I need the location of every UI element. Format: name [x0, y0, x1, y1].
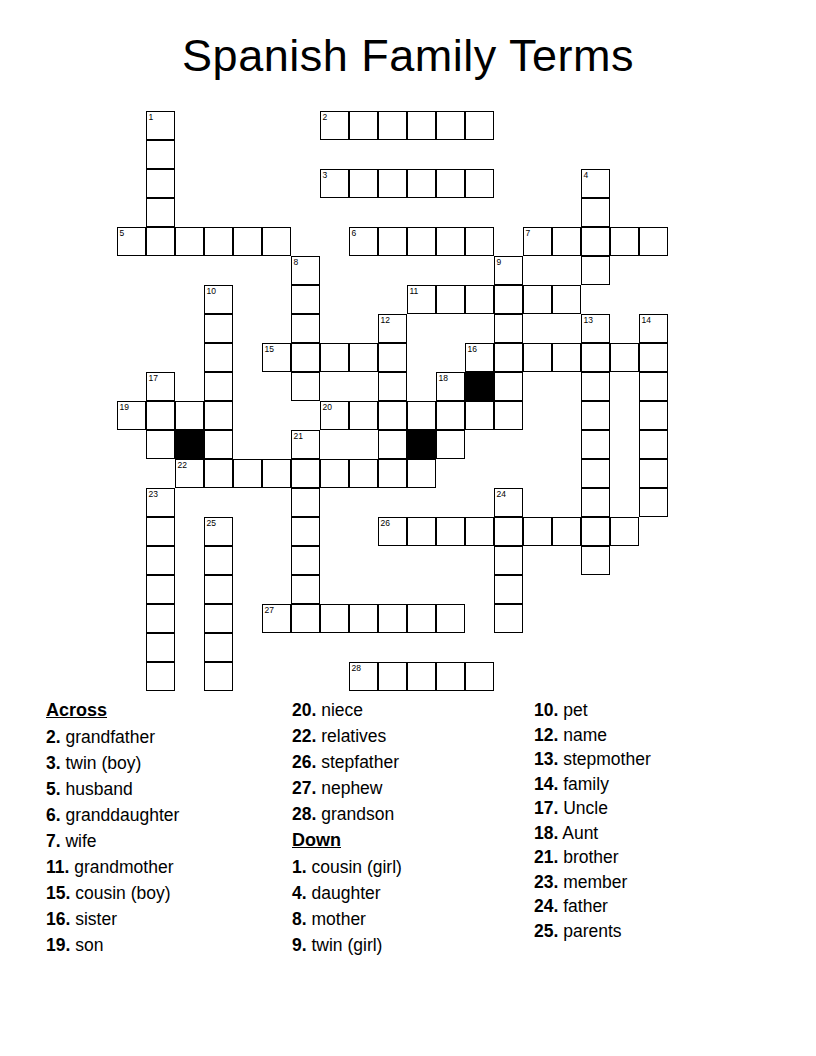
clue-number: 19. — [46, 935, 70, 955]
grid-cell[interactable] — [378, 401, 407, 430]
clue-number: 18. — [534, 823, 558, 843]
clue-text: relatives — [316, 726, 386, 746]
grid-cell[interactable]: 9 — [494, 256, 523, 285]
grid-cell[interactable] — [465, 111, 494, 140]
grid-cell[interactable] — [523, 517, 552, 546]
grid-cell[interactable]: 20 — [320, 401, 349, 430]
clue-number: 12. — [534, 725, 558, 745]
grid-cell[interactable] — [407, 662, 436, 691]
clue-number: 9. — [292, 935, 307, 955]
clue-item: 18. Aunt — [534, 824, 776, 842]
clue-item: 17. Uncle — [534, 799, 776, 817]
grid-cell[interactable] — [291, 343, 320, 372]
grid-cell[interactable] — [494, 343, 523, 372]
grid-cell[interactable]: 10 — [204, 285, 233, 314]
grid-cell[interactable]: 19 — [117, 401, 146, 430]
clue-number: 17. — [534, 798, 558, 818]
clue-text: father — [558, 896, 608, 916]
clue-text: sister — [70, 909, 117, 929]
grid-cell[interactable] — [291, 517, 320, 546]
cell-number: 23 — [149, 489, 158, 499]
clue-number: 14. — [534, 774, 558, 794]
clue-item: 13. stepmother — [534, 750, 776, 768]
clue-text: son — [70, 935, 103, 955]
clue-number: 8. — [292, 909, 307, 929]
clue-number: 21. — [534, 847, 558, 867]
grid-cell[interactable] — [436, 111, 465, 140]
clue-number: 1. — [292, 857, 307, 877]
grid-cell[interactable] — [465, 169, 494, 198]
grid-cell[interactable] — [378, 227, 407, 256]
cell-number: 5 — [120, 228, 125, 238]
grid-cell[interactable]: 1 — [146, 111, 175, 140]
clue-item: 5. husband — [46, 780, 288, 798]
page-title: Spanish Family Terms — [0, 30, 816, 82]
grid-cell[interactable] — [639, 227, 668, 256]
clue-number: 16. — [46, 909, 70, 929]
blocked-cell — [175, 430, 204, 459]
grid-cell[interactable]: 3 — [320, 169, 349, 198]
cell-number: 7 — [526, 228, 531, 238]
clue-text: mother — [307, 909, 366, 929]
clue-item: 1. cousin (girl) — [292, 858, 534, 876]
grid-cell[interactable] — [291, 546, 320, 575]
clue-item: 26. stepfather — [292, 753, 534, 771]
grid-cell[interactable] — [407, 604, 436, 633]
clue-number: 26. — [292, 752, 316, 772]
grid-cell[interactable] — [291, 604, 320, 633]
grid-cell[interactable] — [146, 604, 175, 633]
grid-cell[interactable] — [436, 430, 465, 459]
cell-number: 15 — [265, 344, 274, 354]
clue-item: 22. relatives — [292, 727, 534, 745]
clue-item: 3. twin (boy) — [46, 754, 288, 772]
grid-cell[interactable] — [465, 227, 494, 256]
grid-cell[interactable] — [552, 517, 581, 546]
grid-cell[interactable] — [146, 546, 175, 575]
grid-cell[interactable] — [436, 227, 465, 256]
grid-cell[interactable] — [407, 227, 436, 256]
grid-cell[interactable] — [581, 198, 610, 227]
cell-number: 27 — [265, 605, 274, 615]
grid-cell[interactable] — [436, 517, 465, 546]
grid-cell[interactable]: 15 — [262, 343, 291, 372]
clue-column-1: Across2. grandfather3. twin (boy)5. husb… — [46, 701, 288, 962]
grid-cell[interactable] — [436, 662, 465, 691]
grid-cell[interactable] — [204, 372, 233, 401]
clue-number: 24. — [534, 896, 558, 916]
clue-item: 11. grandmother — [46, 858, 288, 876]
grid-cell[interactable] — [262, 459, 291, 488]
cell-number: 6 — [352, 228, 357, 238]
clue-number: 27. — [292, 778, 316, 798]
cell-number: 21 — [294, 431, 303, 441]
grid-cell[interactable] — [407, 459, 436, 488]
grid-cell[interactable] — [146, 430, 175, 459]
grid-cell[interactable] — [639, 459, 668, 488]
cell-number: 17 — [149, 373, 158, 383]
grid-cell[interactable] — [291, 575, 320, 604]
grid-cell[interactable] — [436, 285, 465, 314]
clue-item: 9. twin (girl) — [292, 936, 534, 954]
grid-cell[interactable] — [146, 169, 175, 198]
grid-cell[interactable]: 24 — [494, 488, 523, 517]
grid-cell[interactable]: 23 — [146, 488, 175, 517]
grid-cell[interactable] — [552, 227, 581, 256]
clue-item: 14. family — [534, 775, 776, 793]
grid-cell[interactable] — [349, 604, 378, 633]
clue-column-2: 20. niece22. relatives26. stepfather27. … — [292, 701, 534, 962]
grid-cell[interactable] — [581, 256, 610, 285]
grid-cell[interactable]: 25 — [204, 517, 233, 546]
clue-item: 8. mother — [292, 910, 534, 928]
blocked-cell — [407, 430, 436, 459]
cell-number: 25 — [207, 518, 216, 528]
grid-cell[interactable] — [204, 430, 233, 459]
grid-cell[interactable] — [436, 604, 465, 633]
grid-cell[interactable] — [146, 227, 175, 256]
grid-cell[interactable] — [146, 662, 175, 691]
clue-number: 20. — [292, 700, 316, 720]
clue-number: 28. — [292, 804, 316, 824]
clue-text: wife — [61, 831, 97, 851]
clue-text: daughter — [307, 883, 381, 903]
clue-column-3: 10. pet12. name13. stepmother14. family1… — [534, 701, 776, 946]
clue-number: 4. — [292, 883, 307, 903]
grid-cell[interactable] — [204, 575, 233, 604]
grid-cell[interactable] — [581, 343, 610, 372]
crossword-grid: 1234567891011121314151617181920212223242… — [117, 111, 668, 691]
clue-text: member — [558, 872, 627, 892]
grid-cell[interactable] — [581, 401, 610, 430]
grid-cell[interactable] — [204, 633, 233, 662]
cell-number: 4 — [584, 170, 589, 180]
grid-cell[interactable] — [378, 111, 407, 140]
clue-item: 16. sister — [46, 910, 288, 928]
grid-cell[interactable] — [146, 517, 175, 546]
clue-number: 13. — [534, 749, 558, 769]
grid-cell[interactable] — [494, 517, 523, 546]
grid-cell[interactable] — [494, 401, 523, 430]
clue-item: 27. nephew — [292, 779, 534, 797]
grid-cell[interactable] — [291, 372, 320, 401]
grid-cell[interactable] — [639, 401, 668, 430]
grid-cell[interactable] — [262, 227, 291, 256]
clue-number: 22. — [292, 726, 316, 746]
cell-number: 8 — [294, 257, 299, 267]
grid-cell[interactable] — [320, 343, 349, 372]
cell-number: 20 — [323, 402, 332, 412]
grid-cell[interactable]: 12 — [378, 314, 407, 343]
cell-number: 13 — [584, 315, 593, 325]
clue-text: Aunt — [558, 823, 598, 843]
grid-cell[interactable] — [494, 546, 523, 575]
grid-cell[interactable] — [146, 633, 175, 662]
grid-cell[interactable] — [204, 459, 233, 488]
grid-cell[interactable] — [552, 285, 581, 314]
grid-cell[interactable] — [465, 517, 494, 546]
clue-number: 23. — [534, 872, 558, 892]
grid-cell[interactable] — [407, 111, 436, 140]
grid-cell[interactable]: 27 — [262, 604, 291, 633]
grid-cell[interactable]: 11 — [407, 285, 436, 314]
grid-cell[interactable] — [204, 662, 233, 691]
grid-cell[interactable] — [436, 169, 465, 198]
cell-number: 1 — [149, 112, 154, 122]
grid-cell[interactable] — [175, 227, 204, 256]
grid-cell[interactable] — [407, 517, 436, 546]
cell-number: 2 — [323, 112, 328, 122]
grid-cell[interactable] — [581, 430, 610, 459]
clue-item: 25. parents — [534, 922, 776, 940]
grid-cell[interactable] — [494, 285, 523, 314]
grid-cell[interactable] — [378, 604, 407, 633]
cell-number: 10 — [207, 286, 216, 296]
grid-cell[interactable] — [378, 662, 407, 691]
grid-cell[interactable]: 17 — [146, 372, 175, 401]
grid-cell[interactable] — [639, 488, 668, 517]
grid-cell[interactable]: 28 — [349, 662, 378, 691]
clue-item: 19. son — [46, 936, 288, 954]
grid-cell[interactable]: 26 — [378, 517, 407, 546]
cell-number: 16 — [468, 344, 477, 354]
grid-cell[interactable]: 2 — [320, 111, 349, 140]
cell-number: 9 — [497, 257, 502, 267]
clue-item: 12. name — [534, 726, 776, 744]
grid-cell[interactable]: 4 — [581, 169, 610, 198]
clue-text: name — [558, 725, 607, 745]
grid-cell[interactable] — [552, 343, 581, 372]
clue-number: 15. — [46, 883, 70, 903]
grid-cell[interactable] — [465, 285, 494, 314]
grid-cell[interactable] — [378, 372, 407, 401]
clue-text: Uncle — [558, 798, 608, 818]
grid-cell[interactable] — [378, 169, 407, 198]
grid-cell[interactable] — [204, 314, 233, 343]
cell-number: 22 — [178, 460, 187, 470]
grid-cell[interactable] — [233, 459, 262, 488]
clue-item: 20. niece — [292, 701, 534, 719]
cell-number: 3 — [323, 170, 328, 180]
grid-cell[interactable] — [610, 227, 639, 256]
grid-cell[interactable] — [465, 401, 494, 430]
grid-cell[interactable] — [204, 401, 233, 430]
clue-text: brother — [558, 847, 618, 867]
grid-cell[interactable] — [378, 459, 407, 488]
grid-cell[interactable]: 6 — [349, 227, 378, 256]
blocked-cell — [465, 372, 494, 401]
grid-cell[interactable] — [320, 459, 349, 488]
grid-cell[interactable] — [320, 604, 349, 633]
clue-item: 2. grandfather — [46, 728, 288, 746]
grid-cell[interactable] — [494, 314, 523, 343]
grid-cell[interactable] — [233, 227, 262, 256]
grid-cell[interactable] — [610, 517, 639, 546]
clue-text: family — [558, 774, 609, 794]
clue-text: niece — [316, 700, 363, 720]
grid-cell[interactable] — [291, 459, 320, 488]
clue-text: nephew — [316, 778, 382, 798]
grid-cell[interactable]: 13 — [581, 314, 610, 343]
clue-text: granddaughter — [61, 805, 180, 825]
grid-cell[interactable] — [175, 401, 204, 430]
clue-number: 3. — [46, 753, 61, 773]
cell-number: 28 — [352, 663, 361, 673]
grid-cell[interactable] — [291, 488, 320, 517]
grid-cell[interactable] — [581, 517, 610, 546]
grid-cell[interactable] — [349, 401, 378, 430]
grid-cell[interactable] — [146, 575, 175, 604]
grid-cell[interactable] — [581, 459, 610, 488]
grid-cell[interactable]: 16 — [465, 343, 494, 372]
grid-cell[interactable]: 8 — [291, 256, 320, 285]
grid-cell[interactable] — [610, 343, 639, 372]
grid-cell[interactable] — [407, 169, 436, 198]
grid-cell[interactable]: 5 — [117, 227, 146, 256]
grid-cell[interactable]: 22 — [175, 459, 204, 488]
grid-cell[interactable] — [407, 401, 436, 430]
grid-cell[interactable] — [639, 343, 668, 372]
grid-cell[interactable] — [146, 401, 175, 430]
clue-text: cousin (girl) — [307, 857, 402, 877]
grid-cell[interactable]: 18 — [436, 372, 465, 401]
grid-cell[interactable] — [494, 604, 523, 633]
clue-item: 15. cousin (boy) — [46, 884, 288, 902]
grid-cell[interactable] — [523, 285, 552, 314]
clue-item: 21. brother — [534, 848, 776, 866]
clue-number: 2. — [46, 727, 61, 747]
clue-number: 5. — [46, 779, 61, 799]
clue-item: 10. pet — [534, 701, 776, 719]
grid-cell[interactable] — [378, 343, 407, 372]
grid-cell[interactable] — [581, 488, 610, 517]
grid-cell[interactable] — [349, 343, 378, 372]
clue-item: 28. grandson — [292, 805, 534, 823]
clue-text: stepmother — [558, 749, 650, 769]
clue-number: 7. — [46, 831, 61, 851]
grid-cell[interactable] — [523, 343, 552, 372]
grid-cell[interactable]: 7 — [523, 227, 552, 256]
clue-item: 24. father — [534, 897, 776, 915]
grid-cell[interactable] — [639, 430, 668, 459]
grid-cell[interactable] — [494, 372, 523, 401]
cell-number: 12 — [381, 315, 390, 325]
grid-cell[interactable] — [378, 430, 407, 459]
cell-number: 26 — [381, 518, 390, 528]
clue-item: 7. wife — [46, 832, 288, 850]
grid-cell[interactable] — [494, 575, 523, 604]
clue-text: grandmother — [69, 857, 173, 877]
clue-text: grandfather — [61, 727, 155, 747]
clue-text: stepfather — [316, 752, 399, 772]
cell-number: 24 — [497, 489, 506, 499]
grid-cell[interactable] — [581, 372, 610, 401]
cell-number: 14 — [642, 315, 651, 325]
clue-item: 23. member — [534, 873, 776, 891]
grid-cell[interactable] — [204, 546, 233, 575]
grid-cell[interactable]: 14 — [639, 314, 668, 343]
grid-cell[interactable] — [349, 169, 378, 198]
grid-cell[interactable] — [581, 227, 610, 256]
across-heading: Across — [46, 701, 288, 719]
grid-cell[interactable] — [204, 343, 233, 372]
clue-text: pet — [558, 700, 587, 720]
grid-cell[interactable] — [146, 140, 175, 169]
grid-cell[interactable] — [465, 662, 494, 691]
grid-cell[interactable] — [436, 401, 465, 430]
clue-item: 4. daughter — [292, 884, 534, 902]
clue-text: cousin (boy) — [70, 883, 170, 903]
grid-cell[interactable] — [581, 546, 610, 575]
clue-text: husband — [61, 779, 133, 799]
clue-text: parents — [558, 921, 621, 941]
clue-number: 6. — [46, 805, 61, 825]
cell-number: 11 — [410, 286, 419, 296]
grid-cell[interactable] — [204, 227, 233, 256]
cell-number: 18 — [439, 373, 448, 383]
grid-cell[interactable]: 21 — [291, 430, 320, 459]
clue-item: 6. granddaughter — [46, 806, 288, 824]
grid-cell[interactable] — [349, 459, 378, 488]
grid-cell[interactable] — [146, 198, 175, 227]
cell-number: 19 — [120, 402, 129, 412]
clue-text: twin (girl) — [307, 935, 383, 955]
grid-cell[interactable] — [291, 314, 320, 343]
clue-number: 11. — [46, 857, 69, 877]
grid-cell[interactable] — [204, 604, 233, 633]
down-heading: Down — [292, 831, 534, 849]
clue-number: 10. — [534, 700, 558, 720]
clue-text: twin (boy) — [61, 753, 142, 773]
clue-number: 25. — [534, 921, 558, 941]
grid-cell[interactable] — [349, 111, 378, 140]
grid-cell[interactable] — [291, 285, 320, 314]
clue-text: grandson — [316, 804, 394, 824]
grid-cell[interactable] — [639, 372, 668, 401]
